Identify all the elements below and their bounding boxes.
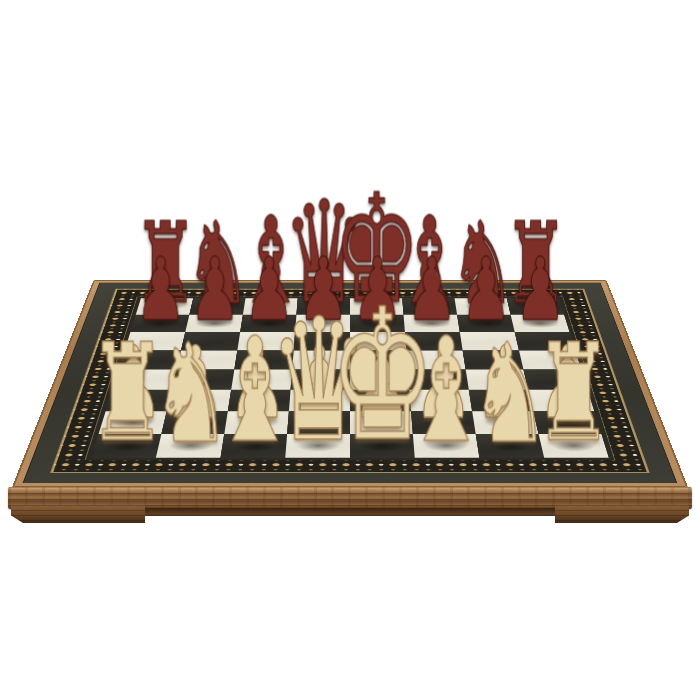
frame-recess [128,508,572,516]
board-foot-left [11,505,145,523]
piece-shadow [463,302,503,311]
piece-shadow [515,302,555,311]
piece-shadow [549,439,598,451]
chessboard: ♜♞♝♛♚♝♞♜♟♟♟♟♟♟♟♟♟♟♟♟♟♟♟♟♜♞♝♛♚♝♞♜ [12,280,688,487]
piece-shadow [166,439,214,451]
piece-shadow [422,439,469,451]
piece-shadow [465,319,506,328]
photo-stage: ♜♞♝♛♚♝♞♜♟♟♟♟♟♟♟♟♟♟♟♟♟♟♟♟♜♞♝♛♚♝♞♜ [0,0,700,700]
piece-shadow [420,417,466,429]
piece-shadow [359,439,405,451]
piece-shadow [359,417,404,429]
piece-shadow [485,439,533,451]
board-foot-right [555,505,689,523]
piece-shadow [519,319,561,328]
piece-shadow [411,319,451,328]
piece-shadow [358,319,397,328]
piece-shadow [303,319,342,328]
piece-shadow [482,417,529,429]
piece-shadow [357,302,395,311]
piece-shadow [102,439,151,451]
piece-shadow [296,417,341,429]
piece-shadow [230,439,277,451]
piece-shadow [304,302,342,311]
board-scene: ♜♞♝♛♚♝♞♜♟♟♟♟♟♟♟♟♟♟♟♟♟♟♟♟♜♞♝♛♚♝♞♜ [0,0,700,700]
playing-area: ♜♞♝♛♚♝♞♜♟♟♟♟♟♟♟♟♟♟♟♟♟♟♟♟♜♞♝♛♚♝♞♜ [91,298,609,457]
piece-shadow [295,439,341,451]
piece-shadow [410,302,449,311]
